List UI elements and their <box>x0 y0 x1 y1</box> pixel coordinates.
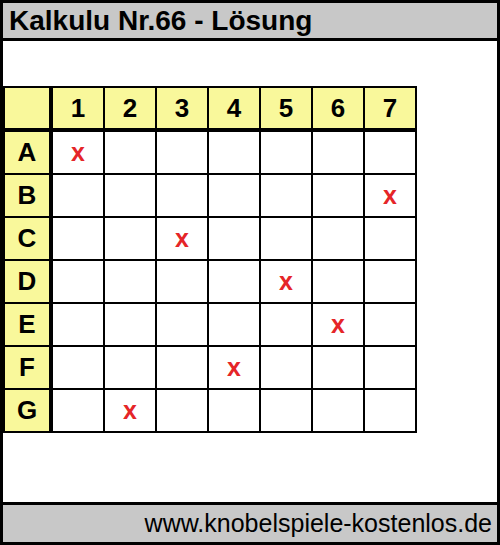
cell-C7 <box>365 218 415 259</box>
cell-D3 <box>157 261 207 302</box>
cell-E6: x <box>313 304 363 345</box>
cell-D2 <box>105 261 155 302</box>
col-header-3: 3 <box>157 88 207 130</box>
cell-E1 <box>53 304 103 345</box>
cell-F6 <box>313 347 363 388</box>
cell-A7 <box>365 132 415 173</box>
page-title: Kalkulu Nr.66 - Lösung <box>9 5 312 37</box>
corner-cell <box>5 88 51 130</box>
row-header-C: C <box>5 218 51 259</box>
cell-C3: x <box>157 218 207 259</box>
cell-A3 <box>157 132 207 173</box>
cell-E2 <box>105 304 155 345</box>
col-header-1: 1 <box>53 88 103 130</box>
cell-B6 <box>313 175 363 216</box>
puzzle-grid: 1234567AxBxCxDxExFxGx <box>3 86 417 433</box>
cell-F5 <box>261 347 311 388</box>
cell-G7 <box>365 390 415 431</box>
cell-C5 <box>261 218 311 259</box>
x-mark: x <box>227 355 241 380</box>
cell-A5 <box>261 132 311 173</box>
cell-B7: x <box>365 175 415 216</box>
row-header-D: D <box>5 261 51 302</box>
x-mark: x <box>71 140 85 165</box>
row-header-G: G <box>5 390 51 431</box>
cell-A2 <box>105 132 155 173</box>
cell-E4 <box>209 304 259 345</box>
cell-F7 <box>365 347 415 388</box>
cell-D4 <box>209 261 259 302</box>
col-header-7: 7 <box>365 88 415 130</box>
x-mark: x <box>123 398 137 423</box>
row-header-F: F <box>5 347 51 388</box>
cell-G1 <box>53 390 103 431</box>
cell-G5 <box>261 390 311 431</box>
cell-B2 <box>105 175 155 216</box>
col-header-5: 5 <box>261 88 311 130</box>
cell-F3 <box>157 347 207 388</box>
x-mark: x <box>175 226 189 251</box>
x-mark: x <box>383 183 397 208</box>
col-header-6: 6 <box>313 88 363 130</box>
cell-F1 <box>53 347 103 388</box>
col-header-2: 2 <box>105 88 155 130</box>
cell-B4 <box>209 175 259 216</box>
footer-bar: www.knobelspiele-kostenlos.de <box>3 502 497 542</box>
row-header-A: A <box>5 132 51 173</box>
board-wrap: 1234567AxBxCxDxExFxGx <box>3 86 497 433</box>
cell-C4 <box>209 218 259 259</box>
cell-G4 <box>209 390 259 431</box>
x-mark: x <box>331 312 345 337</box>
cell-C1 <box>53 218 103 259</box>
col-header-4: 4 <box>209 88 259 130</box>
cell-B5 <box>261 175 311 216</box>
cell-B1 <box>53 175 103 216</box>
cell-D6 <box>313 261 363 302</box>
title-bar: Kalkulu Nr.66 - Lösung <box>3 3 497 41</box>
cell-E5 <box>261 304 311 345</box>
cell-E3 <box>157 304 207 345</box>
cell-B3 <box>157 175 207 216</box>
cell-D7 <box>365 261 415 302</box>
cell-E7 <box>365 304 415 345</box>
cell-C6 <box>313 218 363 259</box>
cell-G2: x <box>105 390 155 431</box>
cell-F4: x <box>209 347 259 388</box>
row-header-E: E <box>5 304 51 345</box>
cell-C2 <box>105 218 155 259</box>
footer-url[interactable]: www.knobelspiele-kostenlos.de <box>145 509 492 538</box>
cell-D1 <box>53 261 103 302</box>
x-mark: x <box>279 269 293 294</box>
cell-A1: x <box>53 132 103 173</box>
cell-G3 <box>157 390 207 431</box>
page: Kalkulu Nr.66 - Lösung 1234567AxBxCxDxEx… <box>0 0 500 545</box>
cell-F2 <box>105 347 155 388</box>
cell-A4 <box>209 132 259 173</box>
cell-A6 <box>313 132 363 173</box>
cell-G6 <box>313 390 363 431</box>
row-header-B: B <box>5 175 51 216</box>
cell-D5: x <box>261 261 311 302</box>
